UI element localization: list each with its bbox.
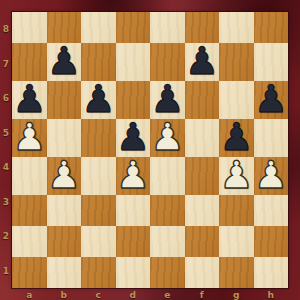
file-label-c: c — [96, 290, 101, 300]
square-f6[interactable] — [185, 81, 220, 119]
square-g3[interactable] — [219, 195, 254, 226]
square-c7[interactable] — [81, 43, 116, 81]
rank-label-2: 2 — [3, 231, 9, 241]
rank-label-1: 1 — [3, 266, 9, 276]
black-pawn-a6[interactable]: ♟ — [12, 80, 46, 118]
square-b7[interactable]: ♟ — [47, 43, 82, 81]
square-a7[interactable] — [12, 43, 47, 81]
square-e2[interactable] — [150, 226, 185, 257]
square-c6[interactable]: ♟ — [81, 81, 116, 119]
square-h2[interactable] — [254, 226, 289, 257]
square-b4[interactable]: ♟ — [47, 157, 82, 195]
square-h7[interactable] — [254, 43, 289, 81]
square-b6[interactable] — [47, 81, 82, 119]
square-d6[interactable] — [116, 81, 151, 119]
chess-diagram: ♟♟♟♟♟♟♟♟♟♟♟♟♟♟ 87654321abcdefgh — [0, 0, 300, 300]
square-e5[interactable]: ♟ — [150, 119, 185, 157]
black-pawn-g5[interactable]: ♟ — [219, 118, 253, 156]
square-h5[interactable] — [254, 119, 289, 157]
file-label-h: h — [268, 290, 274, 300]
square-e6[interactable]: ♟ — [150, 81, 185, 119]
file-label-f: f — [200, 290, 204, 300]
square-b3[interactable] — [47, 195, 82, 226]
square-g6[interactable] — [219, 81, 254, 119]
square-a5[interactable]: ♟ — [12, 119, 47, 157]
square-g5[interactable]: ♟ — [219, 119, 254, 157]
square-d3[interactable] — [116, 195, 151, 226]
file-label-g: g — [233, 290, 239, 300]
square-b5[interactable] — [47, 119, 82, 157]
square-a2[interactable] — [12, 226, 47, 257]
black-pawn-f7[interactable]: ♟ — [185, 42, 219, 80]
square-f1[interactable] — [185, 257, 220, 288]
square-f3[interactable] — [185, 195, 220, 226]
square-d2[interactable] — [116, 226, 151, 257]
white-pawn-d4[interactable]: ♟ — [116, 156, 150, 194]
square-d1[interactable] — [116, 257, 151, 288]
black-pawn-h6[interactable]: ♟ — [254, 80, 288, 118]
square-h1[interactable] — [254, 257, 289, 288]
square-c1[interactable] — [81, 257, 116, 288]
file-label-e: e — [164, 290, 170, 300]
white-pawn-g4[interactable]: ♟ — [219, 156, 253, 194]
square-c8[interactable] — [81, 12, 116, 43]
rank-label-8: 8 — [3, 24, 9, 34]
square-a3[interactable] — [12, 195, 47, 226]
chess-board[interactable]: ♟♟♟♟♟♟♟♟♟♟♟♟♟♟ — [12, 12, 288, 288]
square-g8[interactable] — [219, 12, 254, 43]
square-d7[interactable] — [116, 43, 151, 81]
rank-label-5: 5 — [3, 128, 9, 138]
square-a1[interactable] — [12, 257, 47, 288]
square-d8[interactable] — [116, 12, 151, 43]
white-pawn-e5[interactable]: ♟ — [150, 118, 184, 156]
square-b8[interactable] — [47, 12, 82, 43]
square-g2[interactable] — [219, 226, 254, 257]
square-h4[interactable]: ♟ — [254, 157, 289, 195]
rank-label-4: 4 — [3, 162, 9, 172]
square-h6[interactable]: ♟ — [254, 81, 289, 119]
square-e7[interactable] — [150, 43, 185, 81]
rank-label-7: 7 — [3, 59, 9, 69]
rank-label-3: 3 — [3, 197, 9, 207]
white-pawn-b4[interactable]: ♟ — [47, 156, 81, 194]
white-pawn-a5[interactable]: ♟ — [12, 118, 46, 156]
square-a8[interactable] — [12, 12, 47, 43]
square-f8[interactable] — [185, 12, 220, 43]
black-pawn-d5[interactable]: ♟ — [116, 118, 150, 156]
square-a4[interactable] — [12, 157, 47, 195]
square-h8[interactable] — [254, 12, 289, 43]
file-label-a: a — [26, 290, 32, 300]
square-a6[interactable]: ♟ — [12, 81, 47, 119]
black-pawn-b7[interactable]: ♟ — [47, 42, 81, 80]
square-h3[interactable] — [254, 195, 289, 226]
square-d4[interactable]: ♟ — [116, 157, 151, 195]
square-b2[interactable] — [47, 226, 82, 257]
square-c3[interactable] — [81, 195, 116, 226]
square-f7[interactable]: ♟ — [185, 43, 220, 81]
square-f5[interactable] — [185, 119, 220, 157]
file-label-d: d — [130, 290, 136, 300]
square-g1[interactable] — [219, 257, 254, 288]
file-label-b: b — [61, 290, 67, 300]
square-g4[interactable]: ♟ — [219, 157, 254, 195]
square-d5[interactable]: ♟ — [116, 119, 151, 157]
square-c2[interactable] — [81, 226, 116, 257]
square-f2[interactable] — [185, 226, 220, 257]
square-c5[interactable] — [81, 119, 116, 157]
square-e1[interactable] — [150, 257, 185, 288]
square-e3[interactable] — [150, 195, 185, 226]
white-pawn-h4[interactable]: ♟ — [254, 156, 288, 194]
black-pawn-e6[interactable]: ♟ — [150, 80, 184, 118]
rank-label-6: 6 — [3, 93, 9, 103]
black-pawn-c6[interactable]: ♟ — [81, 80, 115, 118]
square-b1[interactable] — [47, 257, 82, 288]
square-e8[interactable] — [150, 12, 185, 43]
square-e4[interactable] — [150, 157, 185, 195]
square-f4[interactable] — [185, 157, 220, 195]
square-c4[interactable] — [81, 157, 116, 195]
square-g7[interactable] — [219, 43, 254, 81]
